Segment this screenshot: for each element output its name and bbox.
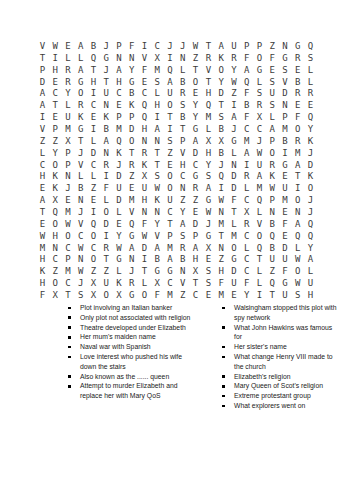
grid-cell[interactable]: H (215, 265, 228, 277)
grid-cell[interactable]: X (138, 170, 151, 182)
grid-cell[interactable]: B (87, 40, 100, 52)
grid-cell[interactable]: O (62, 230, 75, 242)
grid-cell[interactable]: T (215, 230, 228, 242)
grid-cell[interactable]: D (87, 147, 100, 159)
grid-cell[interactable]: I (279, 147, 292, 159)
grid-cell[interactable]: F (125, 40, 138, 52)
grid-cell[interactable]: T (189, 64, 202, 76)
grid-cell[interactable]: U (100, 277, 113, 289)
grid-cell[interactable]: H (202, 87, 215, 99)
grid-cell[interactable]: B (176, 111, 189, 123)
grid-cell[interactable]: G (202, 194, 215, 206)
grid-cell[interactable]: Y (49, 147, 62, 159)
grid-cell[interactable]: L (176, 64, 189, 76)
grid-cell[interactable]: E (36, 218, 49, 230)
grid-cell[interactable]: E (87, 111, 100, 123)
grid-cell[interactable]: B (266, 242, 279, 254)
grid-cell[interactable]: O (49, 218, 62, 230)
grid-cell[interactable]: W (49, 40, 62, 52)
grid-cell[interactable]: J (113, 159, 126, 171)
grid-cell[interactable]: Q (164, 64, 177, 76)
grid-cell[interactable]: A (36, 99, 49, 111)
grid-cell[interactable]: W (215, 194, 228, 206)
grid-cell[interactable]: Q (304, 218, 317, 230)
grid-cell[interactable]: R (176, 87, 189, 99)
grid-cell[interactable]: L (74, 170, 87, 182)
grid-cell[interactable]: G (189, 170, 202, 182)
grid-cell[interactable]: J (202, 218, 215, 230)
grid-cell[interactable]: L (138, 277, 151, 289)
grid-cell[interactable]: N (151, 206, 164, 218)
grid-cell[interactable]: N (74, 253, 87, 265)
grid-cell[interactable]: X (253, 111, 266, 123)
grid-cell[interactable]: P (113, 111, 126, 123)
grid-cell[interactable]: Q (202, 99, 215, 111)
grid-cell[interactable]: C (164, 277, 177, 289)
grid-cell[interactable]: V (138, 52, 151, 64)
grid-cell[interactable]: W (151, 182, 164, 194)
grid-cell[interactable]: H (151, 99, 164, 111)
grid-cell[interactable]: T (87, 64, 100, 76)
grid-cell[interactable]: M (279, 194, 292, 206)
grid-cell[interactable]: G (113, 253, 126, 265)
grid-cell[interactable]: J (125, 265, 138, 277)
grid-cell[interactable]: L (304, 265, 317, 277)
grid-cell[interactable]: I (87, 206, 100, 218)
grid-cell[interactable]: E (49, 111, 62, 123)
grid-cell[interactable]: J (304, 194, 317, 206)
grid-cell[interactable]: S (202, 170, 215, 182)
grid-cell[interactable]: W (113, 242, 126, 254)
grid-cell[interactable]: R (62, 76, 75, 88)
grid-cell[interactable]: N (215, 242, 228, 254)
grid-cell[interactable]: N (62, 170, 75, 182)
grid-cell[interactable]: Y (240, 289, 253, 301)
grid-cell[interactable]: A (291, 218, 304, 230)
grid-cell[interactable]: M (215, 218, 228, 230)
grid-cell[interactable]: W (74, 265, 87, 277)
grid-cell[interactable]: X (151, 277, 164, 289)
grid-cell[interactable]: R (125, 159, 138, 171)
grid-cell[interactable]: C (240, 265, 253, 277)
grid-cell[interactable]: W (138, 230, 151, 242)
grid-cell[interactable]: Z (215, 253, 228, 265)
grid-cell[interactable]: J (304, 147, 317, 159)
grid-cell[interactable]: A (151, 242, 164, 254)
grid-cell[interactable]: V (74, 218, 87, 230)
grid-cell[interactable]: U (266, 87, 279, 99)
grid-cell[interactable]: Q (266, 230, 279, 242)
grid-cell[interactable]: O (164, 99, 177, 111)
grid-cell[interactable]: B (176, 76, 189, 88)
grid-cell[interactable]: X (87, 289, 100, 301)
grid-cell[interactable]: R (125, 277, 138, 289)
grid-cell[interactable]: A (202, 182, 215, 194)
grid-cell[interactable]: I (291, 182, 304, 194)
grid-cell[interactable]: N (151, 135, 164, 147)
grid-cell[interactable]: U (100, 87, 113, 99)
grid-cell[interactable]: Z (189, 52, 202, 64)
grid-cell[interactable]: I (215, 182, 228, 194)
grid-cell[interactable]: Z (87, 265, 100, 277)
grid-cell[interactable]: L (87, 135, 100, 147)
grid-cell[interactable]: K (138, 159, 151, 171)
grid-cell[interactable]: M (125, 194, 138, 206)
grid-cell[interactable]: C (87, 242, 100, 254)
grid-cell[interactable]: T (227, 206, 240, 218)
grid-cell[interactable]: J (176, 40, 189, 52)
grid-cell[interactable]: T (62, 289, 75, 301)
grid-cell[interactable]: S (304, 52, 317, 64)
grid-cell[interactable]: R (227, 52, 240, 64)
grid-cell[interactable]: H (202, 147, 215, 159)
grid-cell[interactable]: K (304, 135, 317, 147)
grid-cell[interactable]: Z (164, 147, 177, 159)
grid-cell[interactable]: S (176, 230, 189, 242)
grid-cell[interactable]: V (36, 123, 49, 135)
grid-cell[interactable]: L (253, 277, 266, 289)
grid-cell[interactable]: G (279, 159, 292, 171)
grid-cell[interactable]: E (113, 218, 126, 230)
grid-cell[interactable]: C (151, 40, 164, 52)
grid-cell[interactable]: S (151, 76, 164, 88)
grid-cell[interactable]: X (189, 265, 202, 277)
grid-cell[interactable]: N (100, 99, 113, 111)
grid-cell[interactable]: T (125, 147, 138, 159)
grid-cell[interactable]: C (138, 87, 151, 99)
grid-cell[interactable]: T (202, 76, 215, 88)
grid-cell[interactable]: Z (100, 265, 113, 277)
grid-cell[interactable]: L (62, 52, 75, 64)
grid-cell[interactable]: U (113, 182, 126, 194)
grid-cell[interactable]: O (74, 87, 87, 99)
grid-cell[interactable]: U (279, 182, 292, 194)
grid-cell[interactable]: E (279, 170, 292, 182)
grid-cell[interactable]: A (176, 218, 189, 230)
grid-cell[interactable]: W (266, 182, 279, 194)
grid-cell[interactable]: B (215, 123, 228, 135)
grid-cell[interactable]: P (62, 253, 75, 265)
grid-cell[interactable]: N (215, 206, 228, 218)
grid-cell[interactable]: W (202, 206, 215, 218)
grid-cell[interactable]: J (74, 147, 87, 159)
grid-cell[interactable]: M (227, 230, 240, 242)
grid-cell[interactable]: L (266, 111, 279, 123)
grid-cell[interactable]: T (151, 159, 164, 171)
grid-cell[interactable]: H (36, 170, 49, 182)
grid-cell[interactable]: F (36, 289, 49, 301)
grid-cell[interactable]: R (291, 135, 304, 147)
grid-cell[interactable]: P (113, 40, 126, 52)
grid-cell[interactable]: K (113, 147, 126, 159)
grid-cell[interactable]: B (266, 218, 279, 230)
grid-cell[interactable]: L (227, 147, 240, 159)
grid-cell[interactable]: P (164, 230, 177, 242)
grid-cell[interactable]: P (266, 194, 279, 206)
grid-cell[interactable]: E (279, 230, 292, 242)
grid-cell[interactable]: F (138, 218, 151, 230)
grid-cell[interactable]: P (240, 40, 253, 52)
grid-cell[interactable]: W (189, 40, 202, 52)
grid-cell[interactable]: M (62, 265, 75, 277)
grid-cell[interactable]: G (74, 123, 87, 135)
grid-cell[interactable]: G (291, 40, 304, 52)
grid-cell[interactable]: I (227, 99, 240, 111)
grid-cell[interactable]: N (74, 194, 87, 206)
grid-cell[interactable]: K (151, 194, 164, 206)
grid-cell[interactable]: X (87, 277, 100, 289)
grid-cell[interactable]: V (176, 277, 189, 289)
grid-cell[interactable]: C (87, 159, 100, 171)
grid-cell[interactable]: Q (215, 170, 228, 182)
grid-cell[interactable]: U (304, 277, 317, 289)
grid-cell[interactable]: N (138, 206, 151, 218)
grid-cell[interactable]: A (125, 242, 138, 254)
grid-cell[interactable]: A (189, 135, 202, 147)
grid-cell[interactable]: K (36, 265, 49, 277)
grid-cell[interactable]: V (36, 40, 49, 52)
grid-cell[interactable]: A (240, 147, 253, 159)
grid-cell[interactable]: M (240, 135, 253, 147)
grid-cell[interactable]: R (100, 159, 113, 171)
grid-cell[interactable]: V (253, 218, 266, 230)
grid-cell[interactable]: M (253, 182, 266, 194)
grid-cell[interactable]: L (253, 265, 266, 277)
grid-cell[interactable]: R (100, 242, 113, 254)
grid-cell[interactable]: Z (87, 182, 100, 194)
grid-cell[interactable]: J (100, 40, 113, 52)
grid-cell[interactable]: B (240, 99, 253, 111)
grid-cell[interactable]: B (100, 123, 113, 135)
grid-cell[interactable]: U (227, 277, 240, 289)
grid-cell[interactable]: N (176, 52, 189, 64)
grid-cell[interactable]: I (138, 253, 151, 265)
grid-cell[interactable]: Q (138, 99, 151, 111)
grid-cell[interactable]: Z (36, 135, 49, 147)
grid-cell[interactable]: O (87, 253, 100, 265)
grid-cell[interactable]: A (164, 76, 177, 88)
grid-cell[interactable]: U (62, 111, 75, 123)
grid-cell[interactable]: Z (266, 265, 279, 277)
grid-cell[interactable]: N (291, 206, 304, 218)
grid-cell[interactable]: T (100, 76, 113, 88)
grid-cell[interactable]: K (215, 52, 228, 64)
grid-cell[interactable]: C (113, 87, 126, 99)
grid-cell[interactable]: S (266, 76, 279, 88)
grid-cell[interactable]: C (164, 206, 177, 218)
grid-cell[interactable]: J (227, 123, 240, 135)
grid-cell[interactable]: C (240, 123, 253, 135)
grid-cell[interactable]: M (202, 111, 215, 123)
grid-cell[interactable]: H (49, 64, 62, 76)
grid-cell[interactable]: I (87, 87, 100, 99)
grid-cell[interactable]: J (100, 64, 113, 76)
grid-cell[interactable]: Y (176, 206, 189, 218)
grid-cell[interactable]: N (176, 182, 189, 194)
grid-cell[interactable]: J (215, 159, 228, 171)
grid-cell[interactable]: W (74, 242, 87, 254)
grid-cell[interactable]: O (49, 277, 62, 289)
grid-cell[interactable]: T (189, 277, 202, 289)
grid-cell[interactable]: S (151, 170, 164, 182)
grid-cell[interactable]: P (266, 135, 279, 147)
grid-cell[interactable]: O (125, 135, 138, 147)
grid-cell[interactable]: F (240, 277, 253, 289)
grid-cell[interactable]: T (100, 253, 113, 265)
grid-cell[interactable]: A (100, 135, 113, 147)
grid-cell[interactable]: N (125, 52, 138, 64)
grid-cell[interactable]: G (279, 52, 292, 64)
grid-cell[interactable]: I (240, 159, 253, 171)
grid-cell[interactable]: M (36, 242, 49, 254)
grid-cell[interactable]: T (253, 253, 266, 265)
grid-cell[interactable]: G (125, 230, 138, 242)
grid-cell[interactable]: M (62, 123, 75, 135)
grid-cell[interactable]: K (74, 111, 87, 123)
grid-cell[interactable]: V (151, 230, 164, 242)
grid-cell[interactable]: E (202, 289, 215, 301)
grid-cell[interactable]: K (266, 170, 279, 182)
grid-cell[interactable]: N (279, 40, 292, 52)
grid-cell[interactable]: A (291, 159, 304, 171)
grid-cell[interactable]: U (138, 182, 151, 194)
grid-cell[interactable]: I (100, 170, 113, 182)
grid-cell[interactable]: T (202, 40, 215, 52)
grid-cell[interactable]: V (279, 76, 292, 88)
grid-cell[interactable]: Y (202, 159, 215, 171)
grid-cell[interactable]: D (189, 147, 202, 159)
grid-cell[interactable]: L (62, 99, 75, 111)
grid-cell[interactable]: F (100, 182, 113, 194)
grid-cell[interactable]: W (227, 76, 240, 88)
grid-cell[interactable]: L (227, 218, 240, 230)
grid-cell[interactable]: N (266, 206, 279, 218)
grid-cell[interactable]: B (74, 182, 87, 194)
grid-cell[interactable]: U (253, 159, 266, 171)
grid-cell[interactable]: E (125, 182, 138, 194)
grid-cell[interactable]: I (164, 123, 177, 135)
grid-cell[interactable]: Q (87, 52, 100, 64)
grid-cell[interactable]: I (100, 230, 113, 242)
grid-cell[interactable]: J (304, 206, 317, 218)
grid-cell[interactable]: C (87, 99, 100, 111)
grid-cell[interactable]: F (240, 87, 253, 99)
grid-cell[interactable]: R (253, 99, 266, 111)
grid-cell[interactable]: X (215, 135, 228, 147)
grid-cell[interactable]: D (36, 76, 49, 88)
grid-cell[interactable]: S (215, 111, 228, 123)
grid-cell[interactable]: G (74, 76, 87, 88)
grid-cell[interactable]: C (189, 159, 202, 171)
grid-cell[interactable]: L (253, 76, 266, 88)
grid-cell[interactable]: N (227, 159, 240, 171)
grid-cell[interactable]: N (125, 253, 138, 265)
grid-cell[interactable]: C (240, 253, 253, 265)
grid-cell[interactable]: E (87, 194, 100, 206)
grid-cell[interactable]: G (125, 289, 138, 301)
grid-cell[interactable]: D (304, 159, 317, 171)
grid-cell[interactable]: B (279, 135, 292, 147)
grid-cell[interactable]: P (62, 159, 75, 171)
grid-cell[interactable]: C (74, 230, 87, 242)
grid-cell[interactable]: M (62, 206, 75, 218)
grid-cell[interactable]: L (151, 87, 164, 99)
grid-cell[interactable]: T (164, 218, 177, 230)
grid-cell[interactable]: F (266, 52, 279, 64)
grid-cell[interactable]: D (215, 87, 228, 99)
grid-cell[interactable]: O (291, 123, 304, 135)
grid-cell[interactable]: E (164, 159, 177, 171)
grid-cell[interactable]: H (113, 76, 126, 88)
grid-cell[interactable]: N (279, 99, 292, 111)
grid-cell[interactable]: Q (266, 277, 279, 289)
grid-cell[interactable]: R (176, 242, 189, 254)
grid-cell[interactable]: S (176, 99, 189, 111)
grid-cell[interactable]: X (62, 135, 75, 147)
grid-cell[interactable]: Y (125, 64, 138, 76)
grid-cell[interactable]: G (189, 123, 202, 135)
grid-cell[interactable]: H (189, 253, 202, 265)
grid-cell[interactable]: U (279, 289, 292, 301)
grid-cell[interactable]: A (151, 123, 164, 135)
grid-cell[interactable]: X (202, 135, 215, 147)
grid-cell[interactable]: Y (189, 111, 202, 123)
grid-cell[interactable]: R (240, 218, 253, 230)
grid-cell[interactable]: W (62, 218, 75, 230)
grid-cell[interactable]: A (253, 170, 266, 182)
grid-cell[interactable]: C (176, 170, 189, 182)
grid-cell[interactable]: O (164, 182, 177, 194)
grid-cell[interactable]: F (138, 64, 151, 76)
grid-cell[interactable]: C (240, 230, 253, 242)
grid-cell[interactable]: Z (227, 87, 240, 99)
grid-cell[interactable]: I (253, 289, 266, 301)
grid-cell[interactable]: G (100, 52, 113, 64)
grid-cell[interactable]: B (215, 147, 228, 159)
grid-cell[interactable]: E (189, 206, 202, 218)
grid-cell[interactable]: G (227, 253, 240, 265)
grid-cell[interactable]: Q (304, 230, 317, 242)
grid-cell[interactable]: I (138, 40, 151, 52)
grid-cell[interactable]: Q (291, 230, 304, 242)
grid-cell[interactable]: L (100, 194, 113, 206)
grid-cell[interactable]: A (189, 242, 202, 254)
grid-cell[interactable]: R (62, 64, 75, 76)
grid-cell[interactable]: M (164, 289, 177, 301)
grid-cell[interactable]: X (49, 194, 62, 206)
grid-cell[interactable]: N (100, 147, 113, 159)
grid-cell[interactable]: Q (49, 206, 62, 218)
grid-cell[interactable]: E (62, 40, 75, 52)
grid-cell[interactable]: E (49, 76, 62, 88)
grid-cell[interactable]: O (100, 206, 113, 218)
grid-cell[interactable]: J (62, 182, 75, 194)
grid-cell[interactable]: P (279, 111, 292, 123)
grid-cell[interactable]: N (49, 242, 62, 254)
grid-cell[interactable]: Q (113, 135, 126, 147)
grid-cell[interactable]: F (151, 289, 164, 301)
grid-cell[interactable]: F (240, 111, 253, 123)
grid-cell[interactable]: F (279, 218, 292, 230)
grid-cell[interactable]: W (36, 230, 49, 242)
grid-cell[interactable]: X (151, 52, 164, 64)
grid-cell[interactable]: O (189, 76, 202, 88)
grid-cell[interactable]: H (304, 289, 317, 301)
grid-cell[interactable]: E (62, 194, 75, 206)
grid-cell[interactable]: Y (304, 242, 317, 254)
grid-cell[interactable]: L (253, 206, 266, 218)
grid-cell[interactable]: J (74, 277, 87, 289)
